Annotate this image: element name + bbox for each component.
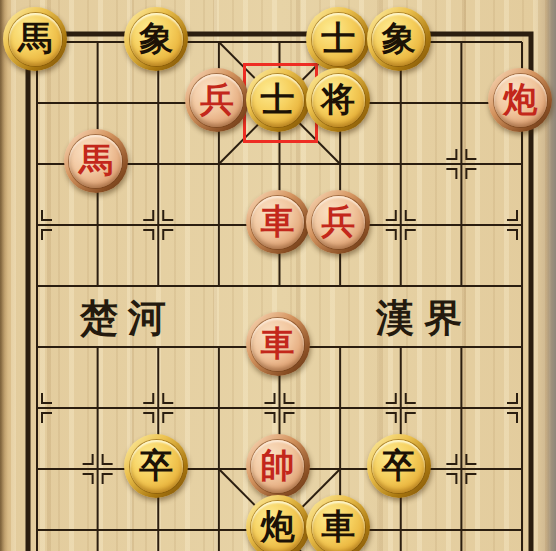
piece-face: 帥 — [251, 440, 304, 493]
piece-character: 馬 — [79, 143, 113, 177]
piece-face: 卒 — [372, 440, 425, 493]
piece-black-advisor[interactable]: 士 — [306, 7, 370, 71]
piece-character: 士 — [321, 21, 355, 55]
piece-black-soldier[interactable]: 卒 — [124, 434, 188, 498]
piece-black-general[interactable]: 将 — [306, 68, 370, 132]
piece-character: 車 — [321, 509, 355, 543]
piece-red-cannon[interactable]: 炮 — [488, 68, 552, 132]
piece-face: 兵 — [312, 196, 365, 249]
xiangqi-board[interactable]: 楚河漢界 馬象士象兵士将炮馬車兵車卒帥卒炮車 — [0, 0, 556, 551]
piece-face: 卒 — [130, 440, 183, 493]
river-text-left: 楚河 — [79, 295, 176, 340]
piece-red-chariot[interactable]: 車 — [246, 312, 310, 376]
piece-face: 馬 — [9, 13, 62, 66]
piece-character: 象 — [139, 21, 173, 55]
piece-character: 士 — [261, 82, 295, 116]
piece-character: 卒 — [139, 448, 173, 482]
piece-black-horse[interactable]: 馬 — [3, 7, 67, 71]
piece-red-general[interactable]: 帥 — [246, 434, 310, 498]
piece-black-elephant[interactable]: 象 — [124, 7, 188, 71]
piece-black-advisor[interactable]: 士 — [246, 68, 310, 132]
piece-face: 士 — [251, 74, 304, 127]
piece-face: 車 — [251, 318, 304, 371]
piece-character: 炮 — [503, 82, 537, 116]
piece-face: 象 — [372, 13, 425, 66]
piece-red-soldier[interactable]: 兵 — [185, 68, 249, 132]
piece-red-soldier[interactable]: 兵 — [306, 190, 370, 254]
piece-red-chariot[interactable]: 車 — [246, 190, 310, 254]
piece-face: 炮 — [494, 74, 547, 127]
piece-face: 兵 — [190, 74, 243, 127]
piece-character: 将 — [321, 82, 355, 116]
piece-character: 車 — [261, 204, 295, 238]
piece-character: 炮 — [261, 509, 295, 543]
piece-face: 将 — [312, 74, 365, 127]
piece-character: 帥 — [261, 448, 295, 482]
river-text-right: 漢界 — [375, 295, 472, 340]
piece-character: 卒 — [382, 448, 416, 482]
piece-black-cannon[interactable]: 炮 — [246, 495, 310, 551]
piece-face: 車 — [312, 501, 365, 551]
piece-red-horse[interactable]: 馬 — [64, 129, 128, 193]
piece-face: 車 — [251, 196, 304, 249]
piece-face: 炮 — [251, 501, 304, 551]
piece-character: 象 — [382, 21, 416, 55]
piece-black-soldier[interactable]: 卒 — [367, 434, 431, 498]
piece-face: 士 — [312, 13, 365, 66]
piece-character: 馬 — [18, 21, 52, 55]
piece-character: 兵 — [200, 82, 234, 116]
piece-character: 兵 — [321, 204, 355, 238]
piece-black-elephant[interactable]: 象 — [367, 7, 431, 71]
piece-face: 馬 — [69, 135, 122, 188]
piece-character: 車 — [261, 326, 295, 360]
piece-black-chariot[interactable]: 車 — [306, 495, 370, 551]
piece-face: 象 — [130, 13, 183, 66]
